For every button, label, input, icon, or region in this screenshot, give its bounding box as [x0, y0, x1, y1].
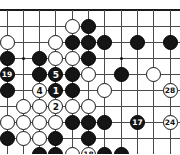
stone-white: [48, 51, 63, 66]
stone-black: [163, 35, 178, 50]
go-diagram: 19541282172418: [0, 0, 180, 154]
move-1-stone-black: 1: [48, 83, 63, 98]
stone-black: [81, 51, 96, 66]
stone-black: [0, 83, 15, 98]
move-number: 4: [36, 86, 42, 95]
go-board[interactable]: 19541282172418: [0, 0, 180, 154]
grid-line-vertical: [137, 10, 138, 154]
stone-white: [32, 99, 47, 114]
stone-white: [32, 115, 47, 130]
stone-black: [81, 115, 96, 130]
stone-black: [32, 67, 47, 82]
move-19-stone-black: 19: [0, 67, 15, 82]
stone-white: [65, 19, 80, 34]
grid-line-vertical: [121, 10, 122, 154]
stone-black: [130, 35, 145, 50]
move-24-stone-white: 24: [163, 115, 178, 130]
stone-black: [65, 83, 80, 98]
move-number: 18: [83, 151, 93, 154]
move-number: 19: [2, 71, 12, 79]
stone-black: [0, 131, 15, 146]
stone-white: [48, 115, 63, 130]
stone-white: [81, 67, 96, 82]
stone-white: [65, 99, 80, 114]
star-point: [22, 57, 25, 60]
move-number: 5: [53, 70, 59, 79]
stone-white: [32, 131, 47, 146]
stone-black: [48, 147, 63, 155]
stone-black: [32, 147, 47, 155]
stone-black: [65, 35, 80, 50]
stone-black: [81, 131, 96, 146]
stone-black: [65, 67, 80, 82]
move-number: 28: [165, 87, 175, 95]
stone-black: [32, 51, 47, 66]
move-17-stone-black: 17: [130, 115, 145, 130]
stone-white: [81, 99, 96, 114]
move-number: 24: [165, 119, 175, 127]
stone-black: [114, 67, 129, 82]
stone-white: [16, 99, 31, 114]
stone-white: [65, 51, 80, 66]
stone-white: [16, 131, 31, 146]
stone-white: [16, 115, 31, 130]
move-4-stone-white: 4: [32, 83, 47, 98]
stone-black: [65, 115, 80, 130]
grid-line-vertical: [153, 10, 154, 154]
stone-black: [81, 19, 96, 34]
stone-black: [97, 147, 112, 155]
stone-black: [114, 147, 129, 155]
stone-black: [48, 131, 63, 146]
move-number: 17: [132, 119, 142, 127]
stone-white: [65, 147, 80, 155]
move-28-stone-white: 28: [163, 83, 178, 98]
move-2-stone-white: 2: [48, 99, 63, 114]
stone-white: [0, 35, 15, 50]
move-number: 1: [53, 86, 59, 95]
star-point: [120, 57, 123, 60]
move-18-stone-white: 18: [81, 147, 96, 155]
stone-black: [97, 35, 112, 50]
move-5-stone-black: 5: [48, 67, 63, 82]
stone-white: [0, 115, 15, 130]
stone-white: [146, 67, 161, 82]
stone-black: [97, 115, 112, 130]
stone-white: [48, 35, 63, 50]
move-number: 2: [53, 102, 59, 111]
stone-black: [81, 35, 96, 50]
stone-black: [0, 51, 15, 66]
stone-white: [97, 83, 112, 98]
